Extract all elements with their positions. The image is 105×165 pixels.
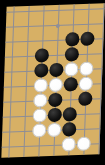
grid-line (22, 6, 28, 157)
grid-line (5, 23, 103, 27)
black-stone[interactable] (47, 108, 61, 122)
star-point-hoshi (55, 23, 59, 27)
black-stone[interactable] (64, 47, 78, 61)
grid-line (4, 53, 102, 57)
black-stone[interactable] (47, 93, 61, 107)
grid-line (7, 6, 13, 157)
grid-line (97, 3, 103, 154)
black-stone[interactable] (63, 77, 77, 91)
white-stone[interactable] (32, 108, 46, 122)
white-stone[interactable] (61, 137, 75, 151)
white-stone[interactable] (63, 62, 77, 76)
white-stone[interactable] (46, 123, 60, 137)
white-stone[interactable] (33, 78, 47, 92)
white-stone[interactable] (76, 137, 90, 151)
white-stone[interactable] (78, 77, 92, 91)
black-stone[interactable] (64, 32, 78, 46)
black-stone[interactable] (79, 32, 93, 46)
white-stone[interactable] (48, 78, 62, 92)
white-stone[interactable] (32, 93, 46, 107)
black-stone[interactable] (62, 107, 76, 121)
black-stone[interactable] (48, 63, 62, 77)
go-board[interactable] (1, 3, 104, 157)
white-stone[interactable] (78, 62, 92, 76)
white-stone[interactable] (31, 123, 45, 137)
screenshot-canvas (0, 0, 105, 165)
black-stone[interactable] (77, 92, 91, 106)
black-stone[interactable] (61, 122, 75, 136)
grid-line (6, 8, 104, 12)
black-stone[interactable] (34, 48, 48, 62)
black-stone[interactable] (33, 63, 47, 77)
